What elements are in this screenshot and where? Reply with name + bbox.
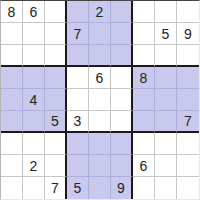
cell-r9c4[interactable]: 5 [67, 177, 89, 199]
cell-r9c8[interactable] [155, 177, 177, 199]
cell-r1c3[interactable] [45, 1, 67, 23]
cell-r7c3[interactable] [45, 133, 67, 155]
cell-r8c8[interactable] [155, 155, 177, 177]
cell-r5c6[interactable] [111, 89, 133, 111]
cell-r6c8[interactable] [155, 111, 177, 133]
cell-r5c8[interactable] [155, 89, 177, 111]
cell-r8c5[interactable] [89, 155, 111, 177]
cell-r8c7[interactable]: 6 [133, 155, 155, 177]
cell-r9c1[interactable] [1, 177, 23, 199]
cell-r2c5[interactable] [89, 23, 111, 45]
cell-r3c4[interactable] [67, 45, 89, 67]
cell-r3c8[interactable] [155, 45, 177, 67]
cell-r1c6[interactable] [111, 1, 133, 23]
cell-r8c9[interactable] [177, 155, 199, 177]
cell-r9c5[interactable] [89, 177, 111, 199]
cell-r4c9[interactable] [177, 67, 199, 89]
cell-r5c7[interactable] [133, 89, 155, 111]
cell-r8c3[interactable] [45, 155, 67, 177]
cell-r5c5[interactable] [89, 89, 111, 111]
cell-r4c5[interactable]: 6 [89, 67, 111, 89]
cell-r3c2[interactable] [23, 45, 45, 67]
cell-r5c1[interactable] [1, 89, 23, 111]
cell-r8c6[interactable] [111, 155, 133, 177]
cell-r6c2[interactable] [23, 111, 45, 133]
cell-r7c7[interactable] [133, 133, 155, 155]
cell-r8c4[interactable] [67, 155, 89, 177]
cell-r3c5[interactable] [89, 45, 111, 67]
cell-r7c4[interactable] [67, 133, 89, 155]
cell-r9c7[interactable] [133, 177, 155, 199]
cell-r9c6[interactable]: 9 [111, 177, 133, 199]
cell-r2c4[interactable]: 7 [67, 23, 89, 45]
cell-r1c9[interactable] [177, 1, 199, 23]
cell-r2c6[interactable] [111, 23, 133, 45]
cell-r2c8[interactable]: 5 [155, 23, 177, 45]
cell-r1c8[interactable] [155, 1, 177, 23]
cell-r5c3[interactable] [45, 89, 67, 111]
cell-r2c7[interactable] [133, 23, 155, 45]
cell-r3c6[interactable] [111, 45, 133, 67]
cell-r2c2[interactable] [23, 23, 45, 45]
cell-r3c1[interactable] [1, 45, 23, 67]
cell-r9c9[interactable] [177, 177, 199, 199]
cell-r7c1[interactable] [1, 133, 23, 155]
cell-r3c9[interactable] [177, 45, 199, 67]
cell-r6c4[interactable]: 3 [67, 111, 89, 133]
cell-r5c2[interactable]: 4 [23, 89, 45, 111]
cell-r3c3[interactable] [45, 45, 67, 67]
cell-r4c4[interactable] [67, 67, 89, 89]
cell-r7c6[interactable] [111, 133, 133, 155]
cell-r1c2[interactable]: 6 [23, 1, 45, 23]
cell-r7c2[interactable] [23, 133, 45, 155]
cell-r3c7[interactable] [133, 45, 155, 67]
cell-r7c5[interactable] [89, 133, 111, 155]
cell-r8c2[interactable]: 2 [23, 155, 45, 177]
cell-r1c4[interactable] [67, 1, 89, 23]
cell-r9c3[interactable]: 7 [45, 177, 67, 199]
cell-r6c7[interactable] [133, 111, 155, 133]
sudoku-board: 86275968453726759 [0, 0, 200, 200]
cell-r4c8[interactable] [155, 67, 177, 89]
cell-r6c3[interactable]: 5 [45, 111, 67, 133]
cell-r4c7[interactable]: 8 [133, 67, 155, 89]
cell-r1c7[interactable] [133, 1, 155, 23]
cell-r6c9[interactable]: 7 [177, 111, 199, 133]
cell-r5c9[interactable] [177, 89, 199, 111]
cell-r9c2[interactable] [23, 177, 45, 199]
cell-r5c4[interactable] [67, 89, 89, 111]
cell-r6c5[interactable] [89, 111, 111, 133]
cell-r1c5[interactable]: 2 [89, 1, 111, 23]
cell-r7c9[interactable] [177, 133, 199, 155]
cell-r4c3[interactable] [45, 67, 67, 89]
cell-r8c1[interactable] [1, 155, 23, 177]
cell-r7c8[interactable] [155, 133, 177, 155]
cell-r1c1[interactable]: 8 [1, 1, 23, 23]
cell-r4c6[interactable] [111, 67, 133, 89]
cell-r4c1[interactable] [1, 67, 23, 89]
cell-r2c9[interactable]: 9 [177, 23, 199, 45]
cell-r6c6[interactable] [111, 111, 133, 133]
cell-r2c3[interactable] [45, 23, 67, 45]
cell-r6c1[interactable] [1, 111, 23, 133]
cell-r4c2[interactable] [23, 67, 45, 89]
cell-r2c1[interactable] [1, 23, 23, 45]
